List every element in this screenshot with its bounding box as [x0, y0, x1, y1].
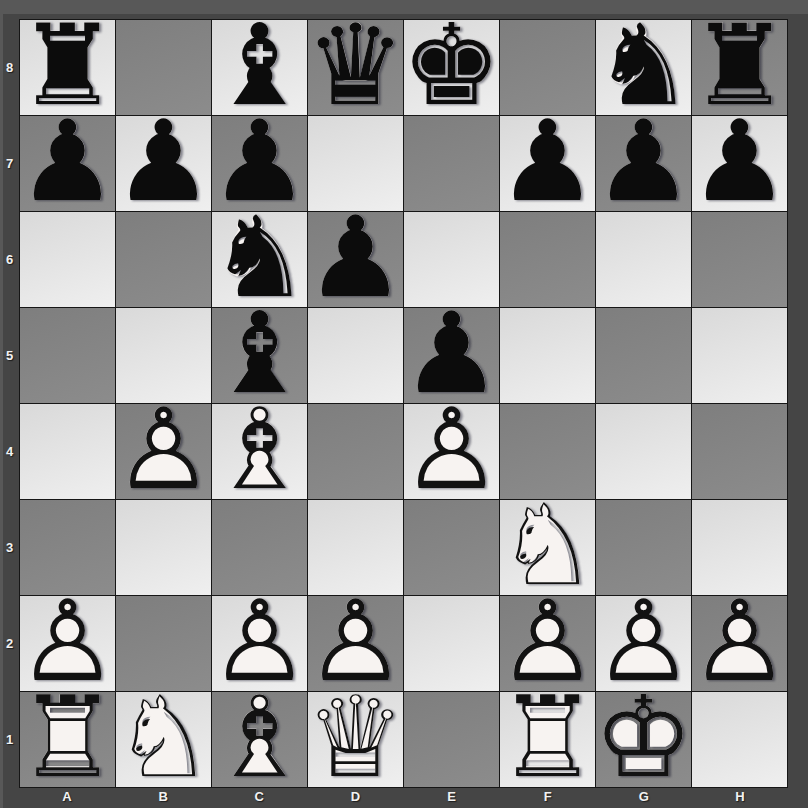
square-b3[interactable]	[116, 500, 211, 595]
rank-label-8: 8	[0, 19, 19, 115]
piece-white-king[interactable]: ♚♔	[596, 692, 691, 787]
piece-black-king[interactable]: ♔♚	[404, 20, 499, 115]
rank-labels: 87654321	[0, 19, 19, 788]
square-b7[interactable]: ♙♟	[116, 116, 211, 211]
piece-black-pawn[interactable]: ♙♟	[308, 212, 403, 307]
square-b4[interactable]: ♟♙	[116, 404, 211, 499]
square-d5[interactable]	[308, 308, 403, 403]
square-h1[interactable]	[692, 692, 787, 787]
white-pawn-outline-layer: ♙	[404, 402, 499, 497]
piece-black-pawn[interactable]: ♙♟	[692, 116, 787, 211]
white-bishop-outline-layer: ♗	[212, 690, 307, 785]
piece-white-bishop[interactable]: ♝♗	[212, 404, 307, 499]
piece-white-pawn[interactable]: ♟♙	[404, 404, 499, 499]
square-d4[interactable]	[308, 404, 403, 499]
rank-label-6: 6	[0, 211, 19, 307]
square-h2[interactable]: ♟♙	[692, 596, 787, 691]
piece-white-knight[interactable]: ♞♘	[116, 692, 211, 787]
square-f1[interactable]: ♜♖	[500, 692, 595, 787]
square-g6[interactable]	[596, 212, 691, 307]
white-pawn-outline-layer: ♙	[116, 402, 211, 497]
piece-white-pawn[interactable]: ♟♙	[116, 404, 211, 499]
file-label-g: G	[596, 786, 692, 806]
piece-white-queen[interactable]: ♛♕	[308, 692, 403, 787]
square-h4[interactable]	[692, 404, 787, 499]
square-f7[interactable]: ♙♟	[500, 116, 595, 211]
square-e1[interactable]	[404, 692, 499, 787]
square-b6[interactable]	[116, 212, 211, 307]
square-g7[interactable]: ♙♟	[596, 116, 691, 211]
rank-label-7: 7	[0, 115, 19, 211]
square-g4[interactable]	[596, 404, 691, 499]
square-h6[interactable]	[692, 212, 787, 307]
square-c4[interactable]: ♝♗	[212, 404, 307, 499]
white-pawn-outline-layer: ♙	[692, 594, 787, 689]
square-b1[interactable]: ♞♘	[116, 692, 211, 787]
file-label-d: D	[307, 786, 403, 806]
black-pawn-outline-layer: ♟	[500, 114, 595, 209]
file-label-h: H	[692, 786, 788, 806]
white-queen-outline-layer: ♕	[308, 690, 403, 785]
piece-white-pawn[interactable]: ♟♙	[692, 596, 787, 691]
square-e3[interactable]	[404, 500, 499, 595]
rank-label-1: 1	[0, 692, 19, 788]
square-g5[interactable]	[596, 308, 691, 403]
square-a4[interactable]	[20, 404, 115, 499]
square-a1[interactable]: ♜♖	[20, 692, 115, 787]
rank-label-5: 5	[0, 307, 19, 403]
black-pawn-outline-layer: ♟	[596, 114, 691, 209]
piece-black-queen[interactable]: ♕♛	[308, 20, 403, 115]
piece-white-bishop[interactable]: ♝♗	[212, 692, 307, 787]
black-pawn-outline-layer: ♟	[692, 114, 787, 209]
rank-label-3: 3	[0, 500, 19, 596]
file-label-e: E	[404, 786, 500, 806]
square-d6[interactable]: ♙♟	[308, 212, 403, 307]
black-queen-outline-layer: ♛	[308, 18, 403, 113]
black-pawn-outline-layer: ♟	[116, 114, 211, 209]
square-d8[interactable]: ♕♛	[308, 20, 403, 115]
file-label-c: C	[211, 786, 307, 806]
rank-label-2: 2	[0, 596, 19, 692]
piece-black-pawn[interactable]: ♙♟	[500, 116, 595, 211]
white-bishop-outline-layer: ♗	[212, 402, 307, 497]
rank-label-4: 4	[0, 404, 19, 500]
square-a5[interactable]	[20, 308, 115, 403]
square-e7[interactable]	[404, 116, 499, 211]
white-rook-outline-layer: ♖	[500, 690, 595, 785]
black-king-outline-layer: ♚	[404, 18, 499, 113]
white-king-outline-layer: ♔	[596, 690, 691, 785]
chess-board: ♖♜♗♝♕♛♔♚♘♞♖♜♙♟♙♟♙♟♙♟♙♟♙♟♘♞♙♟♗♝♙♟♟♙♝♗♟♙♞♘…	[19, 19, 788, 788]
square-g1[interactable]: ♚♔	[596, 692, 691, 787]
piece-white-rook[interactable]: ♜♖	[20, 692, 115, 787]
square-e2[interactable]	[404, 596, 499, 691]
piece-black-pawn[interactable]: ♙♟	[20, 116, 115, 211]
black-pawn-outline-layer: ♟	[20, 114, 115, 209]
square-a7[interactable]: ♙♟	[20, 116, 115, 211]
square-f5[interactable]	[500, 308, 595, 403]
square-h5[interactable]	[692, 308, 787, 403]
black-pawn-outline-layer: ♟	[308, 210, 403, 305]
file-label-a: A	[19, 786, 115, 806]
piece-black-pawn[interactable]: ♙♟	[116, 116, 211, 211]
square-d1[interactable]: ♛♕	[308, 692, 403, 787]
piece-white-rook[interactable]: ♜♖	[500, 692, 595, 787]
white-rook-outline-layer: ♖	[20, 690, 115, 785]
white-knight-outline-layer: ♘	[116, 690, 211, 785]
square-h7[interactable]: ♙♟	[692, 116, 787, 211]
piece-black-pawn[interactable]: ♙♟	[596, 116, 691, 211]
square-f6[interactable]	[500, 212, 595, 307]
file-label-b: B	[115, 786, 211, 806]
square-e8[interactable]: ♔♚	[404, 20, 499, 115]
file-label-f: F	[500, 786, 596, 806]
chess-board-window: 87654321 ♖♜♗♝♕♛♔♚♘♞♖♜♙♟♙♟♙♟♙♟♙♟♙♟♘♞♙♟♗♝♙…	[0, 0, 808, 808]
square-a6[interactable]	[20, 212, 115, 307]
file-labels: ABCDEFGH	[19, 786, 788, 806]
square-e4[interactable]: ♟♙	[404, 404, 499, 499]
square-c1[interactable]: ♝♗	[212, 692, 307, 787]
